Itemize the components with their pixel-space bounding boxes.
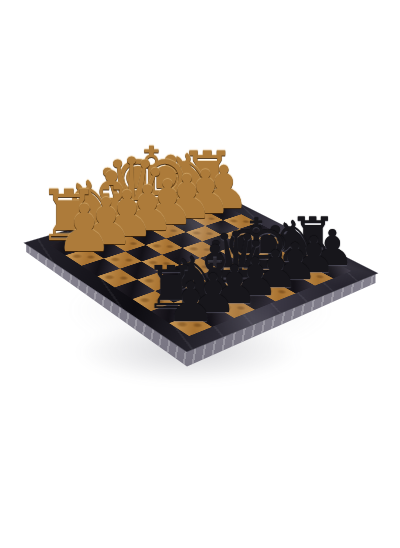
chessboard-scene: ♜♞♝♛♚♝♞♜♟♟♟♟♟♟♟♟♜♞♝♛♚♝♞♜♟♟♟♟♟♟♟♟	[0, 0, 400, 548]
piece-black-pawn-a8[interactable]: ♟	[166, 275, 215, 330]
piece-white-pawn-a2[interactable]: ♟	[55, 196, 113, 261]
product-photo: ♜♞♝♛♚♝♞♜♟♟♟♟♟♟♟♟♜♞♝♛♚♝♞♜♟♟♟♟♟♟♟♟	[0, 0, 400, 548]
corner-marker-a8	[185, 350, 188, 352]
corner-marker-h8	[374, 272, 377, 273]
corner-marker-a1	[25, 242, 28, 243]
